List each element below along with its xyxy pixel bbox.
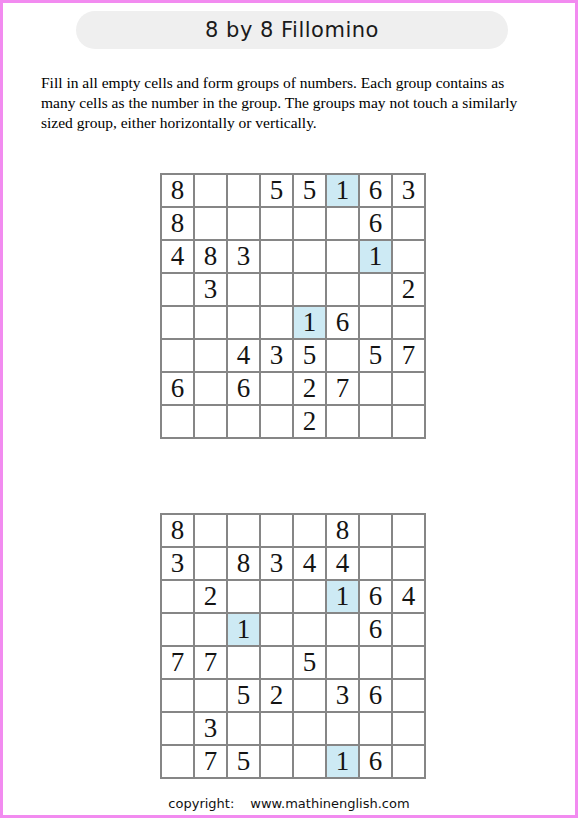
- grid1-cell-r8c3[interactable]: [228, 406, 259, 437]
- page-title-pill: 8 by 8 Fillomino: [76, 11, 508, 49]
- grid1-cell-r8c2[interactable]: [195, 406, 226, 437]
- grid2-cell-r8c2[interactable]: 7: [195, 746, 226, 777]
- grid1-cell-r1c1[interactable]: 8: [162, 175, 193, 206]
- grid1-cell-r4c8[interactable]: 2: [393, 274, 424, 305]
- grid2-cell-r1c2[interactable]: [195, 515, 226, 546]
- grid2-cell-r6c5[interactable]: [294, 680, 325, 711]
- grid1-cell-r7c6[interactable]: 7: [327, 373, 358, 404]
- instructions-line-3: sized group, either horizontally or vert…: [41, 113, 556, 133]
- grid2-cell-r8c7[interactable]: 6: [360, 746, 391, 777]
- grid2-cell-r2c8[interactable]: [393, 548, 424, 579]
- grid2-cell-r7c3[interactable]: [228, 713, 259, 744]
- grid1-cell-r5c8[interactable]: [393, 307, 424, 338]
- grid1-cell-r1c8[interactable]: 3: [393, 175, 424, 206]
- grid2-cell-r3c1[interactable]: [162, 581, 193, 612]
- grid2-cell-r3c7[interactable]: 6: [360, 581, 391, 612]
- grid2-cell-r2c6[interactable]: 4: [327, 548, 358, 579]
- grid1-cell-r1c4[interactable]: 5: [261, 175, 292, 206]
- grid1-cell-r2c4[interactable]: [261, 208, 292, 239]
- grid1-cell-r5c4[interactable]: [261, 307, 292, 338]
- grid1-cell-r5c3[interactable]: [228, 307, 259, 338]
- grid1-cell-r6c5[interactable]: 5: [294, 340, 325, 371]
- grid2-cell-r4c5[interactable]: [294, 614, 325, 645]
- grid1-cell-r7c4[interactable]: [261, 373, 292, 404]
- grid1-cell-r1c7[interactable]: 6: [360, 175, 391, 206]
- grid2-cell-r2c1[interactable]: 3: [162, 548, 193, 579]
- grid2-cell-r6c8[interactable]: [393, 680, 424, 711]
- grid2-cell-r2c2[interactable]: [195, 548, 226, 579]
- grid1-cell-r7c7[interactable]: [360, 373, 391, 404]
- grid2-cell-r4c4[interactable]: [261, 614, 292, 645]
- grid2-cell-r1c5[interactable]: [294, 515, 325, 546]
- grid1-cell-r8c5[interactable]: 2: [294, 406, 325, 437]
- grid1-cell-r4c6[interactable]: [327, 274, 358, 305]
- grid1-cell-r3c8[interactable]: [393, 241, 424, 272]
- grid2-cell-r1c1[interactable]: 8: [162, 515, 193, 546]
- grid2-cell-r6c2[interactable]: [195, 680, 226, 711]
- grid2-cell-r3c4[interactable]: [261, 581, 292, 612]
- grid2-cell-r5c8[interactable]: [393, 647, 424, 678]
- grid2-cell-r6c4[interactable]: 2: [261, 680, 292, 711]
- grid1-cell-r3c1[interactable]: 4: [162, 241, 193, 272]
- grid2-cell-r3c2[interactable]: 2: [195, 581, 226, 612]
- grid1-cell-r8c6[interactable]: [327, 406, 358, 437]
- grid1-cell-r3c4[interactable]: [261, 241, 292, 272]
- grid2-cell-r4c8[interactable]: [393, 614, 424, 645]
- grid2-cell-r8c4[interactable]: [261, 746, 292, 777]
- grid1-cell-r6c1[interactable]: [162, 340, 193, 371]
- grid1-cell-r2c5[interactable]: [294, 208, 325, 239]
- grid1-cell-r2c8[interactable]: [393, 208, 424, 239]
- grid1-cell-r2c2[interactable]: [195, 208, 226, 239]
- grid2-cell-r5c3[interactable]: [228, 647, 259, 678]
- copyright-label: copyright:: [168, 796, 234, 811]
- grid1-cell-r4c4[interactable]: [261, 274, 292, 305]
- grid1-cell-r6c7[interactable]: 5: [360, 340, 391, 371]
- grid1-cell-r6c8[interactable]: 7: [393, 340, 424, 371]
- grid2-cell-r3c3[interactable]: [228, 581, 259, 612]
- grid2-cell-r7c8[interactable]: [393, 713, 424, 744]
- grid1-cell-r1c3[interactable]: [228, 175, 259, 206]
- fillomino-grid-2: 8838344216416775523637516: [160, 513, 426, 779]
- grid1-cell-r5c2[interactable]: [195, 307, 226, 338]
- grid2-cell-r7c1[interactable]: [162, 713, 193, 744]
- grid2-cell-r8c6[interactable]: 1: [327, 746, 358, 777]
- grid2-cell-r8c3[interactable]: 5: [228, 746, 259, 777]
- grid2-cell-r7c6[interactable]: [327, 713, 358, 744]
- grid1-cell-r5c1[interactable]: [162, 307, 193, 338]
- grid2-cell-r4c3[interactable]: 1: [228, 614, 259, 645]
- grid1-cell-r1c2[interactable]: [195, 175, 226, 206]
- grid1-cell-r7c1[interactable]: 6: [162, 373, 193, 404]
- grid2-cell-r4c7[interactable]: 6: [360, 614, 391, 645]
- grid1-cell-r6c4[interactable]: 3: [261, 340, 292, 371]
- grid2-cell-r3c5[interactable]: [294, 581, 325, 612]
- grid2-cell-r5c6[interactable]: [327, 647, 358, 678]
- grid2-cell-r5c2[interactable]: 7: [195, 647, 226, 678]
- grid1-cell-r7c2[interactable]: [195, 373, 226, 404]
- grid1-cell-r6c3[interactable]: 4: [228, 340, 259, 371]
- worksheet-page: 8 by 8 Fillomino Fill in all empty cells…: [0, 0, 578, 818]
- grid2-cell-r5c4[interactable]: [261, 647, 292, 678]
- grid1-cell-r3c2[interactable]: 8: [195, 241, 226, 272]
- grid2-cell-r4c1[interactable]: [162, 614, 193, 645]
- instructions-line-1: Fill in all empty cells and form groups …: [41, 73, 556, 93]
- instructions-line-2: many cells as the number in the group. T…: [41, 93, 556, 113]
- grid2-cell-r3c8[interactable]: 4: [393, 581, 424, 612]
- grid1-cell-r7c5[interactable]: 2: [294, 373, 325, 404]
- grid1-cell-r4c2[interactable]: 3: [195, 274, 226, 305]
- grid2-cell-r1c6[interactable]: 8: [327, 515, 358, 546]
- grid2-cell-r5c5[interactable]: 5: [294, 647, 325, 678]
- grid2-cell-r2c4[interactable]: 3: [261, 548, 292, 579]
- grid2-cell-r5c1[interactable]: 7: [162, 647, 193, 678]
- grid2-cell-r7c4[interactable]: [261, 713, 292, 744]
- grid2-cell-r1c3[interactable]: [228, 515, 259, 546]
- grid1-cell-r3c5[interactable]: [294, 241, 325, 272]
- grid1-cell-r2c1[interactable]: 8: [162, 208, 193, 239]
- grid1-cell-r2c7[interactable]: 6: [360, 208, 391, 239]
- copyright-site: www.mathinenglish.com: [250, 796, 409, 811]
- grid1-cell-r1c5[interactable]: 5: [294, 175, 325, 206]
- grid1-cell-r7c8[interactable]: [393, 373, 424, 404]
- grid2-cell-r2c7[interactable]: [360, 548, 391, 579]
- grid1-cell-r4c1[interactable]: [162, 274, 193, 305]
- grid1-cell-r6c2[interactable]: [195, 340, 226, 371]
- grid2-cell-r7c7[interactable]: [360, 713, 391, 744]
- grid1-cell-r8c7[interactable]: [360, 406, 391, 437]
- grid2-cell-r6c7[interactable]: 6: [360, 680, 391, 711]
- grid2-cell-r2c5[interactable]: 4: [294, 548, 325, 579]
- grid2-cell-r8c8[interactable]: [393, 746, 424, 777]
- grid1-cell-r7c3[interactable]: 6: [228, 373, 259, 404]
- grid1-cell-r3c6[interactable]: [327, 241, 358, 272]
- grid1-cell-r5c6[interactable]: 6: [327, 307, 358, 338]
- grid1-cell-r5c7[interactable]: [360, 307, 391, 338]
- fillomino-grid-1: 85516386483132164355766272: [160, 173, 426, 439]
- grid2-cell-r8c1[interactable]: [162, 746, 193, 777]
- copyright-line: copyright:www.mathinenglish.com: [3, 796, 575, 811]
- grid1-cell-r8c1[interactable]: [162, 406, 193, 437]
- grid1-cell-r2c3[interactable]: [228, 208, 259, 239]
- grid1-cell-r2c6[interactable]: [327, 208, 358, 239]
- grid2-cell-r6c3[interactable]: 5: [228, 680, 259, 711]
- grid1-cell-r3c3[interactable]: 3: [228, 241, 259, 272]
- grid2-cell-r1c8[interactable]: [393, 515, 424, 546]
- grid1-cell-r1c6[interactable]: 1: [327, 175, 358, 206]
- grid2-cell-r8c5[interactable]: [294, 746, 325, 777]
- instructions: Fill in all empty cells and form groups …: [41, 73, 556, 133]
- grid2-cell-r6c1[interactable]: [162, 680, 193, 711]
- grid2-cell-r7c5[interactable]: [294, 713, 325, 744]
- grid1-cell-r8c8[interactable]: [393, 406, 424, 437]
- grid1-cell-r6c6[interactable]: [327, 340, 358, 371]
- grid2-cell-r7c2[interactable]: 3: [195, 713, 226, 744]
- grid2-cell-r5c7[interactable]: [360, 647, 391, 678]
- grid1-cell-r3c7[interactable]: 1: [360, 241, 391, 272]
- grid2-cell-r1c4[interactable]: [261, 515, 292, 546]
- grid2-cell-r3c6[interactable]: 1: [327, 581, 358, 612]
- grid2-cell-r2c3[interactable]: 8: [228, 548, 259, 579]
- grid1-cell-r4c3[interactable]: [228, 274, 259, 305]
- grid1-cell-r5c5[interactable]: 1: [294, 307, 325, 338]
- page-title: 8 by 8 Fillomino: [205, 18, 379, 42]
- grid2-cell-r4c2[interactable]: [195, 614, 226, 645]
- grid2-cell-r6c6[interactable]: 3: [327, 680, 358, 711]
- grid2-cell-r4c6[interactable]: [327, 614, 358, 645]
- grid2-cell-r1c7[interactable]: [360, 515, 391, 546]
- grid1-cell-r4c7[interactable]: [360, 274, 391, 305]
- grid1-cell-r4c5[interactable]: [294, 274, 325, 305]
- grid1-cell-r8c4[interactable]: [261, 406, 292, 437]
